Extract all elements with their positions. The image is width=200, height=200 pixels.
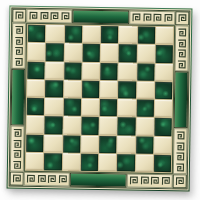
square-d3 [81,117,99,135]
square-e2 [99,136,117,154]
square-d1 [81,153,99,171]
chess-board [7,6,193,192]
square-b7 [46,43,64,61]
square-e6 [100,63,118,81]
greek-key-icon [60,11,70,21]
square-e1 [99,154,117,172]
greek-key-icon [28,11,38,21]
greek-key-icon [58,174,68,184]
square-d2 [81,135,99,153]
square-e3 [99,117,117,135]
square-b5 [45,80,63,98]
square-d6 [82,62,100,80]
greek-key-icon [36,174,46,184]
greek-key-icon [50,11,60,21]
square-a3 [26,116,44,134]
border-key-group [26,9,72,24]
border-right [173,25,189,174]
greek-key-icon [142,13,152,23]
greek-key-icon [176,59,186,69]
greek-key-icon [39,11,49,21]
square-a4 [27,98,45,116]
border-key-group [174,25,189,71]
square-h8 [156,27,174,45]
square-a1 [26,153,44,171]
square-e8 [101,26,119,44]
greek-key-icon [12,174,22,184]
border-key-group [127,173,173,188]
border-center-bar [174,71,189,128]
board-outer-edge [7,6,193,192]
greek-key-icon [128,175,138,185]
border-key-group [129,10,175,25]
greek-key-icon [139,176,149,186]
border-center-bar [70,173,127,188]
square-f2 [117,136,135,154]
border-key-group [173,128,188,174]
greek-key-icon [177,38,187,48]
border-corner-key-tile [173,174,187,188]
square-f8 [119,26,137,44]
border-corner-key-tile [175,11,189,25]
square-a5 [27,80,45,98]
border-key-group [11,23,26,69]
square-f4 [118,99,136,117]
greek-key-icon [175,162,185,172]
square-f6 [119,63,137,81]
border-center-bar [72,10,129,25]
border-key-group [24,172,70,187]
greek-key-icon [12,160,22,170]
border-corner-key-tile [10,172,24,186]
square-h2 [154,136,172,154]
playing-field [24,23,175,174]
square-d8 [83,26,101,44]
square-c5 [64,80,82,98]
square-g6 [137,63,155,81]
square-h7 [155,45,173,63]
greek-key-icon [177,13,187,23]
square-g3 [136,118,154,136]
square-c3 [63,117,81,135]
greek-key-icon [12,138,22,148]
square-f3 [118,118,136,136]
greek-key-icon [153,13,163,23]
square-h1 [154,155,172,173]
greek-key-icon [175,152,185,162]
square-a8 [28,25,46,43]
greek-key-icon [12,127,22,137]
greek-key-icon [14,35,24,45]
greek-key-icon [12,149,22,159]
greek-key-icon [161,176,171,186]
square-f1 [117,154,135,172]
border-bottom [10,172,187,189]
square-b2 [44,135,62,153]
square-h6 [155,63,173,81]
greek-key-icon [150,176,160,186]
square-g5 [137,81,155,99]
square-b4 [45,98,63,116]
border-key-group [10,126,25,172]
square-b1 [44,153,62,171]
square-a6 [27,61,45,79]
greek-key-icon [175,130,185,140]
square-c8 [64,25,82,43]
greek-key-icon [14,46,24,56]
square-b6 [46,62,64,80]
greek-key-icon [14,24,24,34]
square-d5 [82,80,100,98]
square-b8 [46,25,64,43]
square-g4 [136,100,154,118]
square-g1 [135,154,153,172]
greek-key-icon [175,176,185,186]
square-g8 [137,27,155,45]
greek-key-icon [47,174,57,184]
square-h4 [154,100,172,118]
square-e5 [100,81,118,99]
border-corner-key-tile [12,9,26,23]
square-g7 [137,45,155,63]
square-d7 [82,44,100,62]
square-a2 [26,134,44,152]
greek-key-icon [25,174,35,184]
border-center-bar [11,69,26,126]
square-a7 [28,43,46,61]
greek-key-icon [177,49,187,59]
greek-key-icon [177,27,187,37]
square-c4 [63,98,81,116]
greek-key-icon [131,12,141,22]
square-c2 [63,135,81,153]
square-h3 [154,118,172,136]
square-e7 [101,44,119,62]
square-c1 [62,153,80,171]
greek-key-icon [14,11,24,21]
greek-key-icon [163,13,173,23]
square-c7 [64,44,82,62]
greek-key-border [9,8,191,190]
greek-key-icon [175,141,185,151]
product-photo-background [0,0,200,200]
square-d4 [81,99,99,117]
square-b3 [45,116,63,134]
greek-key-icon [13,57,23,67]
square-h5 [155,82,173,100]
square-f7 [119,45,137,63]
square-g2 [136,136,154,154]
square-c6 [64,62,82,80]
square-e4 [100,99,118,117]
square-f5 [118,81,136,99]
